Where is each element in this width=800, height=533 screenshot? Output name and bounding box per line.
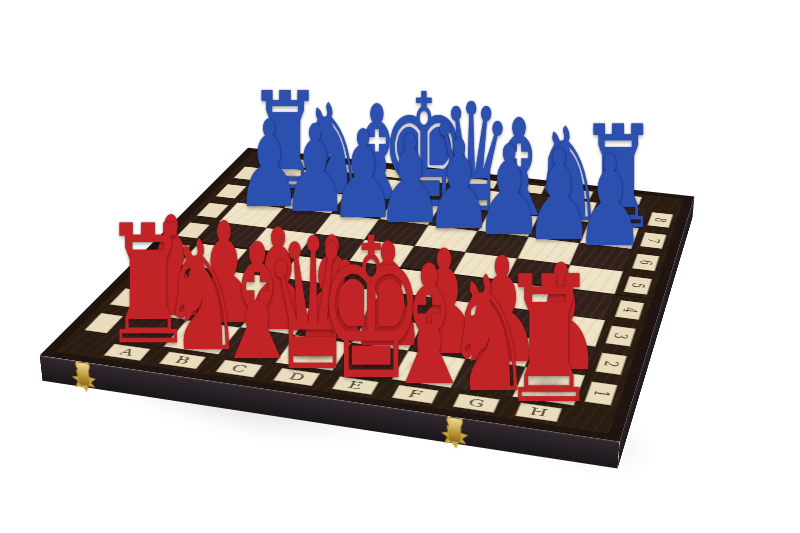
latch-hook-icon	[76, 362, 89, 386]
frame-cell-back-2	[370, 167, 406, 178]
brass-latch-front	[439, 418, 469, 453]
frame-cell-back-7	[606, 193, 642, 205]
latch-hook-icon	[448, 417, 461, 442]
frame-cell-back-0	[281, 158, 317, 169]
frame-cell-left-5	[133, 265, 169, 283]
frame-cell-back-4	[463, 178, 499, 189]
frame-cell-back-3	[416, 172, 452, 183]
frame-cell-back-1	[325, 163, 361, 174]
frame-cell-left-0	[233, 166, 263, 180]
brass-latch-left	[69, 363, 98, 396]
frame-cell-left-1	[215, 184, 246, 199]
chess-set-photo: ABCDEFGH 87654321 ♜♞♝♚♛♝♞♜♟♟♟♟♟♟♟♟♟♟♟♟♟♟…	[0, 0, 800, 533]
frame-cell-back-6	[558, 188, 594, 199]
frame-cell-left-2	[196, 203, 228, 218]
frame-cell-back-5	[510, 183, 546, 194]
